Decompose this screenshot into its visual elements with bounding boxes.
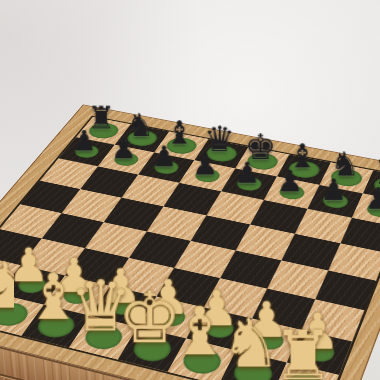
square-b4[interactable] [42, 213, 104, 248]
chess-box: ♜♞♝♛♚♝♞♜♟♟♟♟♟♟♟♟♟♟♟♟♟♟♟♟♜♞♝♛♚♝♞♜ [0, 105, 380, 380]
piece-black-pawn[interactable]: ♟ [320, 175, 347, 205]
board-top-frame: ♜♞♝♛♚♝♞♜♟♟♟♟♟♟♟♟♟♟♟♟♟♟♟♟♜♞♝♛♚♝♞♜ [0, 105, 380, 380]
piece-black-pawn[interactable]: ♟ [234, 158, 260, 187]
square-f5[interactable] [236, 224, 295, 260]
square-e5[interactable] [191, 215, 250, 250]
board-grid: ♜♞♝♛♚♝♞♜♟♟♟♟♟♟♟♟♟♟♟♟♟♟♟♟♜♞♝♛♚♝♞♜ [0, 116, 380, 380]
piece-black-pawn[interactable]: ♟ [277, 166, 303, 195]
piece-black-pawn[interactable]: ♟ [151, 142, 177, 171]
square-h1[interactable]: ♜ [271, 363, 339, 380]
piece-black-pawn[interactable]: ♟ [111, 134, 136, 162]
square-e6[interactable] [206, 191, 264, 224]
piece-black-pawn[interactable]: ♟ [72, 127, 97, 155]
piece-white-rook[interactable]: ♜ [273, 323, 334, 380]
piece-black-pawn[interactable]: ♟ [365, 183, 380, 213]
photo-scene: ♜♞♝♛♚♝♞♜♟♟♟♟♟♟♟♟♟♟♟♟♟♟♟♟♜♞♝♛♚♝♞♜ [0, 0, 380, 380]
board-perspective-wrap: ♜♞♝♛♚♝♞♜♟♟♟♟♟♟♟♟♟♟♟♟♟♟♟♟♜♞♝♛♚♝♞♜ [12, 62, 368, 380]
piece-black-pawn[interactable]: ♟ [192, 150, 218, 179]
